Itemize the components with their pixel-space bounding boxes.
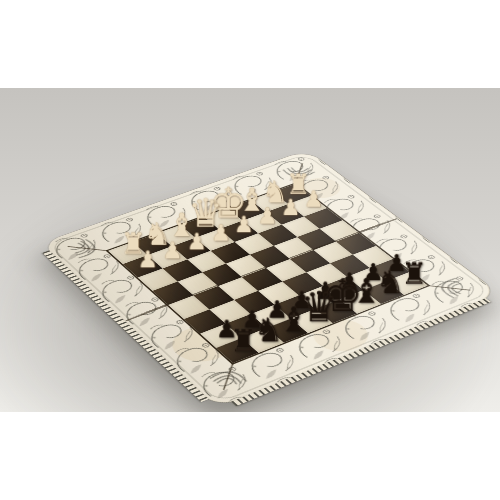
piece-white-p-c2: ♟ (258, 206, 278, 227)
piece-white-p-g2: ♟ (162, 240, 183, 262)
photo-canvas: ♜♞♝♛♚♝♞♜♟♟♟♟♟♟♟♟♟♟♟♟♟♟♟♟♜♞♝♛♚♝♞♜ (0, 0, 500, 500)
piece-black-n-g8: ♞ (254, 315, 283, 346)
piece-white-p-e2: ♟ (211, 223, 231, 244)
piece-white-p-f2: ♟ (187, 232, 207, 254)
piece-white-p-a2: ♟ (304, 190, 324, 211)
photograph: ♜♞♝♛♚♝♞♜♟♟♟♟♟♟♟♟♟♟♟♟♟♟♟♟♜♞♝♛♚♝♞♜ (0, 88, 500, 412)
piece-white-p-d2: ♟ (234, 215, 254, 236)
piece-white-p-b2: ♟ (281, 198, 301, 219)
piece-black-r-h8: ♜ (230, 327, 258, 356)
piece-white-p-h2: ♟ (138, 249, 159, 271)
